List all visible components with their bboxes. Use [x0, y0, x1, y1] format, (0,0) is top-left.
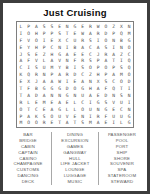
grid-cell-r14c6: U: [56, 113, 64, 120]
grid-cell-r5c9: E: [79, 51, 87, 58]
grid-cell-r13c1: O: [17, 106, 25, 113]
grid-cell-r14c1: P: [17, 113, 25, 120]
grid-cell-r7c13: P: [110, 64, 118, 71]
grid-cell-r11c5: N: [48, 92, 56, 99]
grid-cell-r10c15: I: [125, 85, 133, 92]
grid-cell-r1c4: S: [40, 23, 48, 30]
grid-cell-r4c5: C: [48, 44, 56, 51]
grid-cell-r2c6: S: [56, 30, 64, 37]
grid-cell-r3c13: N: [110, 37, 118, 44]
grid-cell-r8c13: A: [110, 71, 118, 78]
grid-cell-r10c7: D: [63, 85, 71, 92]
grid-cell-r4c10: C: [87, 44, 95, 51]
grid-cell-r7c7: B: [63, 64, 71, 71]
grid-cell-r2c3: H: [32, 30, 40, 37]
grid-cell-r15c10: M: [87, 119, 95, 126]
grid-cell-r2c2: O: [25, 30, 33, 37]
grid-cell-r5c10: C: [87, 51, 95, 58]
grid-cell-r10c13: Q: [110, 85, 118, 92]
puzzle-title: Just Cruising: [3, 7, 147, 19]
grid-cell-r8c5: P: [48, 71, 56, 78]
grid-cell-r10c10: H: [87, 85, 95, 92]
grid-cell-r6c11: P: [94, 57, 102, 64]
grid-cell-r9c13: C: [110, 78, 118, 85]
grid-cell-r3c8: U: [71, 37, 79, 44]
grid-cell-r13c7: L: [63, 106, 71, 113]
grid-cell-r14c9: N: [79, 113, 87, 120]
grid-cell-r15c8: T: [71, 119, 79, 126]
grid-cell-r2c15: M: [125, 30, 133, 37]
grid-cell-r11c9: U: [79, 92, 87, 99]
grid-cell-r5c15: C: [125, 51, 133, 58]
grid-cell-r4c2: Y: [25, 44, 33, 51]
grid-cell-r8c11: H: [94, 71, 102, 78]
grid-cell-r5c7: A: [63, 51, 71, 58]
grid-cell-r11c11: E: [94, 92, 102, 99]
grid-cell-r15c12: E: [102, 119, 110, 126]
grid-cell-r11c13: N: [110, 92, 118, 99]
grid-cell-r12c2: L: [25, 99, 33, 106]
grid-cell-r5c3: E: [32, 51, 40, 58]
grid-cell-r9c14: O: [118, 78, 126, 85]
grid-cell-r12c13: V: [110, 99, 118, 106]
grid-cell-r12c6: A: [56, 99, 64, 106]
grid-cell-r13c15: N: [125, 106, 133, 113]
grid-cell-r10c4: G: [40, 85, 48, 92]
grid-cell-r3c11: I: [94, 37, 102, 44]
grid-cell-r4c4: P: [40, 44, 48, 51]
grid-cell-r13c5: A: [48, 106, 56, 113]
grid-cell-r14c4: S: [40, 113, 48, 120]
grid-cell-r1c9: E: [79, 23, 87, 30]
grid-cell-r1c14: X: [118, 23, 126, 30]
grid-cell-r13c13: E: [110, 106, 118, 113]
grid-cell-r15c14: L: [118, 119, 126, 126]
word-item: STEWARD: [99, 179, 145, 185]
grid-cell-r3c6: X: [56, 37, 64, 44]
grid-cell-r13c12: G: [102, 106, 110, 113]
grid-cell-r12c15: I: [125, 99, 133, 106]
grid-cell-r4c7: I: [63, 44, 71, 51]
grid-cell-r8c7: R: [63, 71, 71, 78]
grid-cell-r4c1: E: [17, 44, 25, 51]
grid-cell-r14c8: E: [71, 113, 79, 120]
grid-cell-r14c15: G: [125, 113, 133, 120]
grid-cell-r12c12: S: [102, 99, 110, 106]
grid-cell-r13c11: N: [94, 106, 102, 113]
grid-cell-r12c7: E: [63, 99, 71, 106]
grid-cell-r1c12: O: [102, 23, 110, 30]
grid-cell-r3c4: I: [40, 37, 48, 44]
word-list-column-1: BARBRIDGECABINCAPTAINCASINOCHAMPAGNECUST…: [5, 132, 51, 184]
grid-cell-r3c3: O: [32, 37, 40, 44]
grid-cell-r5c5: H: [48, 51, 56, 58]
grid-cell-r5c8: E: [71, 51, 79, 58]
grid-cell-r6c7: N: [63, 57, 71, 64]
grid-cell-r3c2: V: [25, 37, 33, 44]
grid-cell-r8c15: O: [125, 71, 133, 78]
grid-cell-r4c11: A: [94, 44, 102, 51]
grid-cell-r11c2: A: [25, 92, 33, 99]
grid-cell-r7c12: O: [102, 64, 110, 71]
grid-cell-r9c15: D: [125, 78, 133, 85]
grid-cell-r13c14: C: [118, 106, 126, 113]
grid-cell-r8c1: K: [17, 71, 25, 78]
grid-cell-r4c15: O: [125, 44, 133, 51]
grid-cell-r2c11: R: [94, 30, 102, 37]
grid-cell-r3c9: R: [79, 37, 87, 44]
grid-cell-r9c3: J: [32, 78, 40, 85]
grid-cell-r13c9: O: [79, 106, 87, 113]
grid-cell-r2c9: W: [79, 30, 87, 37]
grid-cell-r1c11: W: [94, 23, 102, 30]
grid-cell-r10c6: G: [56, 85, 64, 92]
grid-cell-r11c10: A: [87, 92, 95, 99]
grid-cell-r15c3: O: [32, 119, 40, 126]
grid-cell-r7c11: P: [94, 64, 102, 71]
grid-cell-r6c8: F: [71, 57, 79, 64]
grid-cell-r9c11: X: [94, 78, 102, 85]
grid-cell-r10c8: O: [71, 85, 79, 92]
grid-cell-r4c13: I: [110, 44, 118, 51]
grid-cell-r13c2: T: [25, 106, 33, 113]
grid-cell-r4c8: B: [71, 44, 79, 51]
grid-cell-r3c1: F: [17, 37, 25, 44]
grid-cell-r12c9: C: [79, 99, 87, 106]
grid-cell-r10c14: T: [118, 85, 126, 92]
grid-cell-r12c1: R: [17, 99, 25, 106]
grid-cell-r8c14: M: [118, 71, 126, 78]
grid-cell-r6c4: L: [40, 57, 48, 64]
grid-cell-r3c15: G: [125, 37, 133, 44]
word-item: DECK: [5, 179, 51, 185]
word-list-column-2: DININGEXCURSIONGAMESGANGWAYHULLLIFE JACK…: [51, 132, 98, 184]
grid-cell-r4c3: H: [32, 44, 40, 51]
grid-cell-r13c8: L: [71, 106, 79, 113]
grid-cell-r6c6: V: [56, 57, 64, 64]
grid-cell-r3c7: C: [63, 37, 71, 44]
grid-cell-r8c2: Q: [25, 71, 33, 78]
grid-cell-r5c13: A: [110, 51, 118, 58]
grid-cell-r2c8: E: [71, 30, 79, 37]
grid-cell-r12c5: E: [48, 99, 56, 106]
grid-cell-r15c1: M: [17, 119, 25, 126]
grid-cell-r7c10: O: [87, 64, 95, 71]
grid-cell-r12c4: M: [40, 99, 48, 106]
grid-cell-r13c4: E: [40, 106, 48, 113]
grid-cell-r14c7: V: [63, 113, 71, 120]
grid-cell-r11c3: D: [32, 92, 40, 99]
grid-cell-r9c8: E: [71, 78, 79, 85]
grid-cell-r15c13: I: [110, 119, 118, 126]
grid-cell-r5c6: G: [56, 51, 64, 58]
grid-cell-r9c1: E: [17, 78, 25, 85]
grid-cell-r8c3: R: [32, 71, 40, 78]
grid-cell-r4c14: N: [118, 44, 126, 51]
grid-cell-r14c11: R: [94, 113, 102, 120]
grid-cell-r2c13: P: [110, 30, 118, 37]
grid-cell-r15c7: A: [63, 119, 71, 126]
grid-cell-r7c8: I: [71, 64, 79, 71]
grid-cell-r2c10: A: [87, 30, 95, 37]
grid-cell-r9c7: I: [63, 78, 71, 85]
grid-cell-r2c4: P: [40, 30, 48, 37]
grid-cell-r14c5: O: [48, 113, 56, 120]
grid-cell-r12c14: U: [118, 99, 126, 106]
grid-cell-r1c2: P: [25, 23, 33, 30]
grid-cell-r4c9: A: [79, 44, 87, 51]
grid-cell-r1c13: Z: [110, 23, 118, 30]
grid-cell-r15c9: S: [79, 119, 87, 126]
grid-cell-r5c1: J: [17, 51, 25, 58]
grid-cell-r2c1: I: [17, 30, 25, 37]
grid-cell-r4c12: S: [102, 44, 110, 51]
grid-cell-r9c4: A: [40, 78, 48, 85]
grid-cell-r14c2: A: [25, 113, 33, 120]
grid-cell-r10c2: F: [25, 85, 33, 92]
grid-cell-r9c2: X: [25, 78, 33, 85]
grid-cell-r15c11: A: [94, 119, 102, 126]
grid-cell-r11c7: G: [63, 92, 71, 99]
grid-cell-r15c4: R: [40, 119, 48, 126]
grid-cell-r2c12: D: [102, 30, 110, 37]
grid-cell-r11c12: D: [102, 92, 110, 99]
grid-cell-r1c6: E: [56, 23, 64, 30]
grid-cell-r6c12: A: [102, 57, 110, 64]
grid-cell-r10c3: B: [32, 85, 40, 92]
grid-cell-r7c2: I: [25, 64, 33, 71]
grid-cell-r11c4: A: [40, 92, 48, 99]
grid-cell-r15c15: G: [125, 119, 133, 126]
grid-cell-r15c2: O: [25, 119, 33, 126]
grid-cell-r11c1: T: [17, 92, 25, 99]
grid-cell-r5c2: S: [25, 51, 33, 58]
grid-cell-r3c10: S: [87, 37, 95, 44]
grid-cell-r5c14: Z: [118, 51, 126, 58]
grid-cell-r6c10: S: [87, 57, 95, 64]
grid-cell-r3c12: O: [102, 37, 110, 44]
grid-cell-r15c6: T: [56, 119, 64, 126]
grid-cell-r9c6: W: [56, 78, 64, 85]
grid-cell-r1c1: L: [17, 23, 25, 30]
grid-cell-r8c6: A: [56, 71, 64, 78]
grid-cell-r6c2: F: [25, 57, 33, 64]
grid-cell-r10c9: G: [79, 85, 87, 92]
grid-cell-r6c13: T: [110, 57, 118, 64]
grid-cell-r3c14: B: [118, 37, 126, 44]
grid-cell-r13c10: U: [87, 106, 95, 113]
grid-cell-r8c4: N: [40, 71, 48, 78]
grid-cell-r13c6: G: [56, 106, 64, 113]
grid-cell-r9c12: S: [102, 78, 110, 85]
grid-cell-r5c11: J: [94, 51, 102, 58]
grid-cell-r8c10: Z: [87, 71, 95, 78]
grid-cell-r14c13: U: [110, 113, 118, 120]
grid-cell-r14c3: K: [32, 113, 40, 120]
grid-cell-r2c14: Q: [118, 30, 126, 37]
grid-cell-r9c5: A: [48, 78, 56, 85]
word-list-column-3: PASSENGERPOOLPORTSHIPSHORESOUVENIRSPASTA…: [98, 132, 145, 184]
grid-cell-r4c6: N: [56, 44, 64, 51]
grid-cell-r7c1: C: [17, 64, 25, 71]
grid-cell-r7c5: M: [48, 64, 56, 71]
grid-cell-r10c5: G: [48, 85, 56, 92]
grid-cell-r6c3: V: [32, 57, 40, 64]
grid-cell-r1c3: A: [32, 23, 40, 30]
grid-cell-r2c5: P: [48, 30, 56, 37]
grid-cell-r14c10: I: [87, 113, 95, 120]
grid-cell-r6c15: Q: [125, 57, 133, 64]
grid-cell-r6c9: R: [79, 57, 87, 64]
grid-cell-r7c14: S: [118, 64, 126, 71]
grid-cell-r7c3: S: [32, 64, 40, 71]
grid-cell-r12c11: G: [94, 99, 102, 106]
grid-cell-r12c3: E: [32, 99, 40, 106]
grid-cell-r11c8: N: [71, 92, 79, 99]
grid-cell-r10c12: F: [102, 85, 110, 92]
word-item: MUSIC: [52, 179, 98, 185]
grid-cell-r11c15: N: [125, 92, 133, 99]
grid-cell-r1c8: G: [71, 23, 79, 30]
puzzle-page: Just Cruising LPASSENGERWOZXNIOHPPSTEWAR…: [0, 0, 150, 194]
grid-cell-r13c3: C: [32, 106, 40, 113]
grid-cell-r6c5: A: [48, 57, 56, 64]
grid-cell-r7c6: Y: [56, 64, 64, 71]
grid-cell-r7c15: Q: [125, 64, 133, 71]
grid-cell-r2c7: T: [63, 30, 71, 37]
grid-cell-r9c9: A: [79, 78, 87, 85]
grid-cell-r8c8: D: [71, 71, 79, 78]
grid-cell-r6c14: I: [118, 57, 126, 64]
grid-cell-r5c12: R: [102, 51, 110, 58]
grid-cell-r9c10: N: [87, 78, 95, 85]
grid-cell-r1c10: R: [87, 23, 95, 30]
grid-cell-r10c1: T: [17, 85, 25, 92]
grid-cell-r6c1: A: [17, 57, 25, 64]
grid-cell-r8c9: C: [79, 71, 87, 78]
grid-cell-r7c4: U: [40, 64, 48, 71]
grid-cell-r1c7: N: [63, 23, 71, 30]
word-list: BARBRIDGECABINCAPTAINCASINOCHAMPAGNECUST…: [5, 132, 145, 184]
grid-cell-r7c9: S: [79, 64, 87, 71]
grid-cell-r12c10: I: [87, 99, 95, 106]
grid-cell-r12c8: L: [71, 99, 79, 106]
grid-cell-r14c12: F: [102, 113, 110, 120]
grid-cell-r15c5: E: [48, 119, 56, 126]
grid-cell-r10c11: A: [94, 85, 102, 92]
grid-cell-r11c6: N: [56, 92, 64, 99]
grid-cell-r14c14: U: [118, 113, 126, 120]
grid-cell-r11c14: S: [118, 92, 126, 99]
grid-cell-r1c5: S: [48, 23, 56, 30]
grid-cell-r3c5: E: [48, 37, 56, 44]
grid-cell-r1c15: N: [125, 23, 133, 30]
grid-cell-r5c4: Z: [40, 51, 48, 58]
word-search-grid: LPASSENGERWOZXNIOHPPSTEWARDPQMFVOIEXCURS…: [16, 21, 134, 128]
grid-cell-r8c12: P: [102, 71, 110, 78]
